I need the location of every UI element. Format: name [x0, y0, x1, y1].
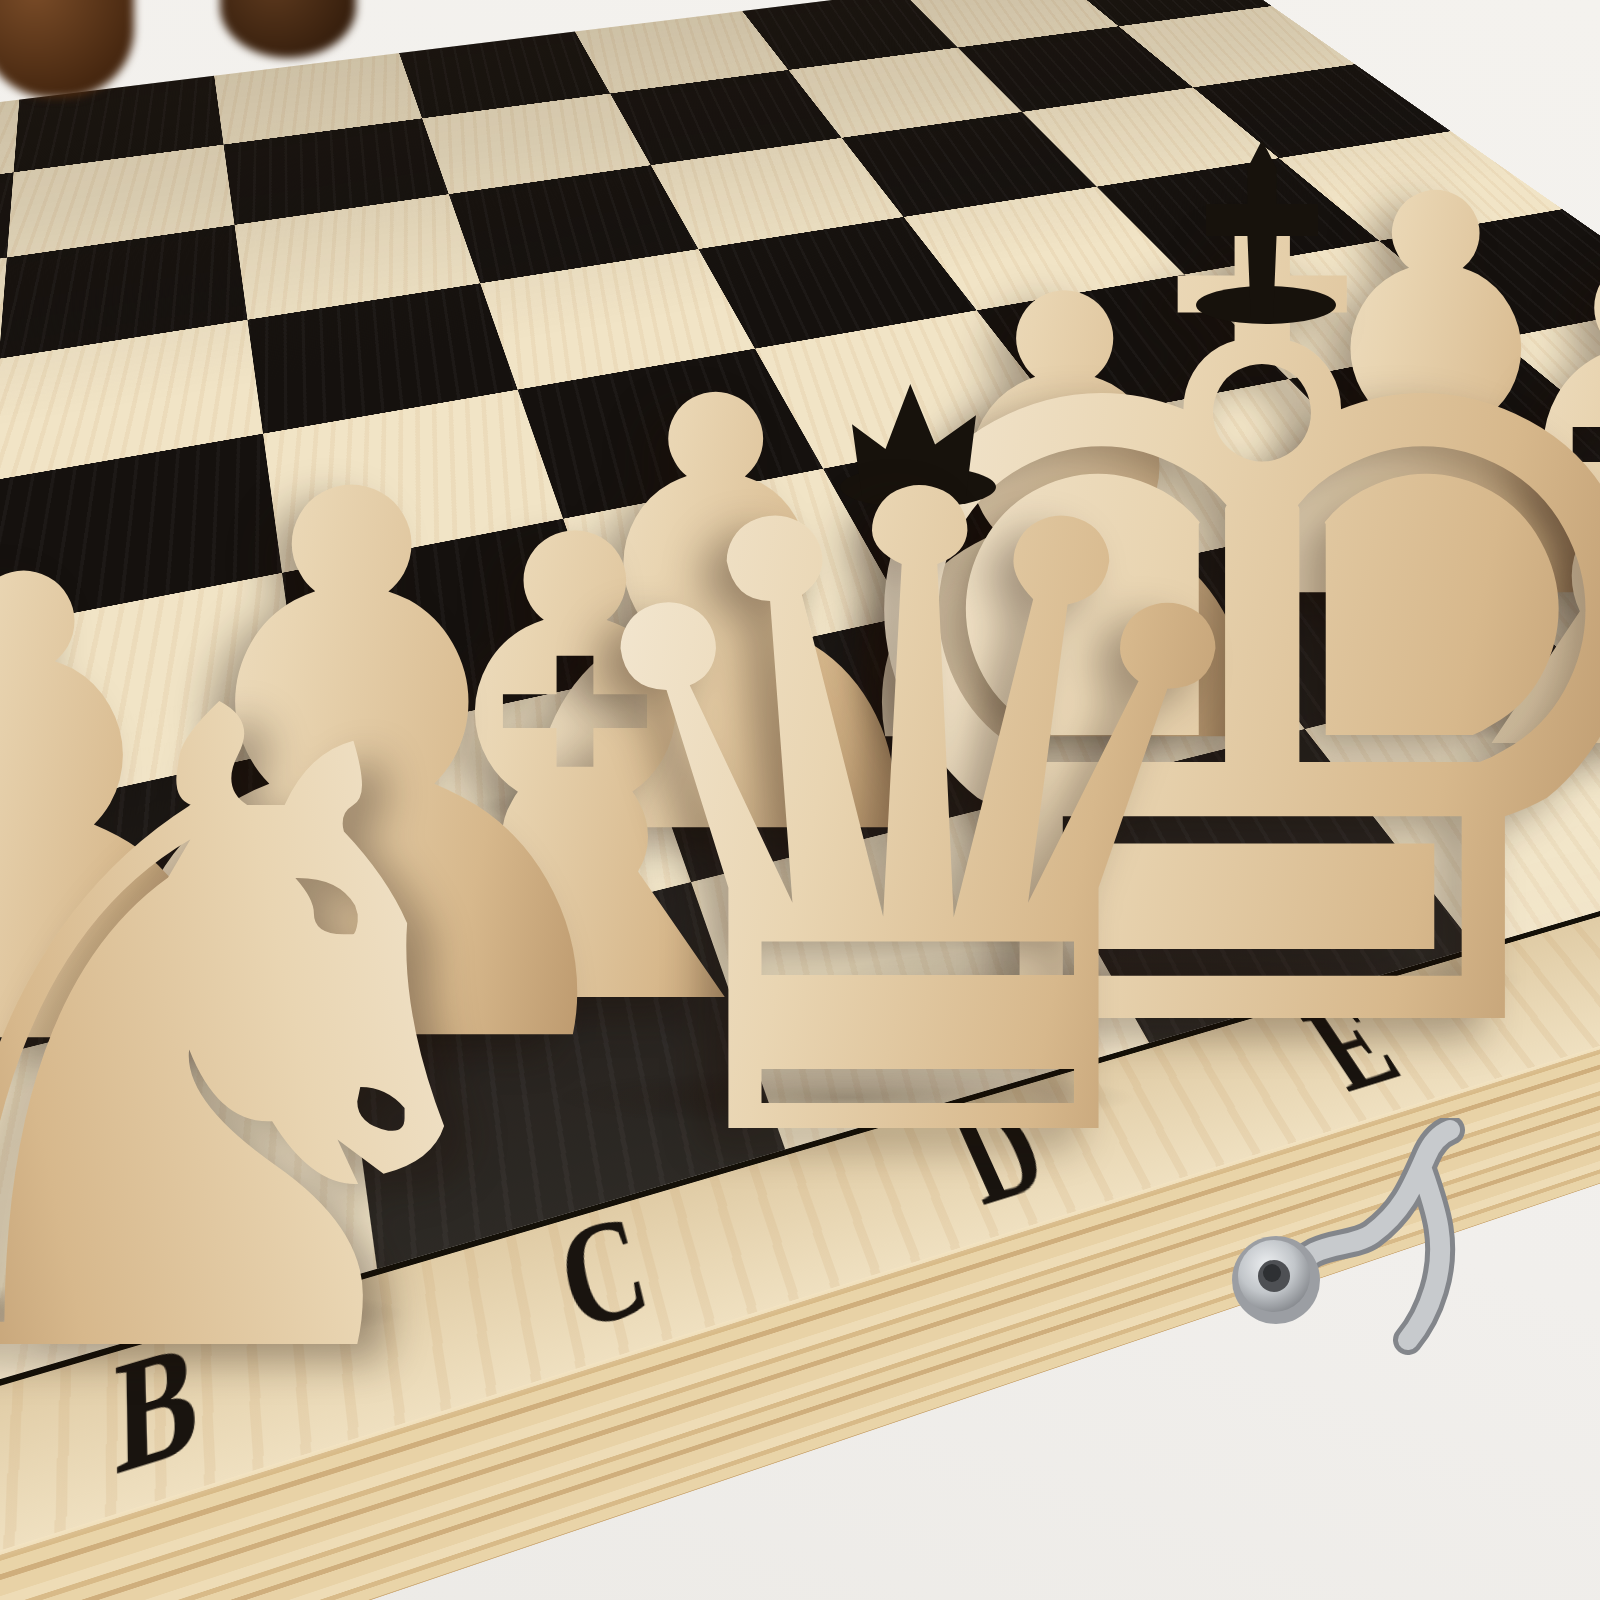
latch-hook-icon[interactable] — [1212, 1118, 1512, 1358]
file-label-e: E — [1280, 974, 1424, 1119]
chess-set-photo: ABCDEFGH ♟♝♟♟♚♝♟♟♛♞ — [0, 0, 1600, 1600]
chess-board: ABCDEFGH — [0, 0, 1600, 1600]
latch-screw — [1232, 1236, 1320, 1324]
file-label-d: D — [932, 1072, 1068, 1236]
board-scene: ABCDEFGH — [0, 0, 1600, 1600]
hook-arm — [1290, 1130, 1450, 1340]
